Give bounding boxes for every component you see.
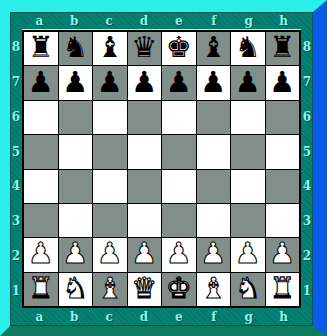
rank-label-5: 5 bbox=[10, 134, 22, 169]
square-h4[interactable] bbox=[266, 170, 300, 203]
square-e3[interactable] bbox=[162, 204, 196, 237]
file-label-f: f bbox=[196, 12, 231, 30]
square-f3[interactable] bbox=[197, 204, 231, 237]
square-f2[interactable]: ♟ bbox=[197, 238, 231, 271]
rank-label-3: 3 bbox=[301, 204, 313, 239]
square-c5[interactable] bbox=[93, 135, 127, 168]
piece-white-rook[interactable]: ♜ bbox=[269, 274, 295, 303]
square-e1[interactable]: ♚ bbox=[162, 273, 196, 306]
square-d4[interactable] bbox=[128, 170, 162, 203]
file-labels-bottom: abcdefgh bbox=[22, 308, 301, 326]
piece-white-king[interactable]: ♚ bbox=[166, 274, 192, 303]
piece-black-bishop[interactable]: ♝ bbox=[200, 33, 226, 62]
square-c3[interactable] bbox=[93, 204, 127, 237]
square-a2[interactable]: ♟ bbox=[24, 238, 58, 271]
square-c4[interactable] bbox=[93, 170, 127, 203]
square-a8[interactable]: ♜ bbox=[24, 32, 58, 65]
piece-white-pawn[interactable]: ♟ bbox=[269, 239, 295, 268]
piece-black-pawn[interactable]: ♟ bbox=[62, 68, 88, 97]
square-b3[interactable] bbox=[59, 204, 93, 237]
square-g3[interactable] bbox=[231, 204, 265, 237]
square-d3[interactable] bbox=[128, 204, 162, 237]
piece-black-pawn[interactable]: ♟ bbox=[166, 68, 192, 97]
piece-black-pawn[interactable]: ♟ bbox=[200, 68, 226, 97]
file-label-g: g bbox=[231, 12, 266, 30]
square-h6[interactable] bbox=[266, 101, 300, 134]
file-label-a: a bbox=[22, 308, 57, 326]
piece-white-knight[interactable]: ♞ bbox=[235, 274, 261, 303]
square-b7[interactable]: ♟ bbox=[59, 66, 93, 99]
square-d2[interactable]: ♟ bbox=[128, 238, 162, 271]
piece-white-queen[interactable]: ♛ bbox=[131, 274, 157, 303]
piece-white-pawn[interactable]: ♟ bbox=[166, 239, 192, 268]
square-b6[interactable] bbox=[59, 101, 93, 134]
square-d8[interactable]: ♛ bbox=[128, 32, 162, 65]
square-a4[interactable] bbox=[24, 170, 58, 203]
rank-label-2: 2 bbox=[10, 239, 22, 274]
chess-board[interactable]: ♜♞♝♛♚♝♞♜♟♟♟♟♟♟♟♟♟♟♟♟♟♟♟♟♜♞♝♛♚♝♞♜ bbox=[22, 30, 301, 308]
file-label-g: g bbox=[231, 308, 266, 326]
square-h1[interactable]: ♜ bbox=[266, 273, 300, 306]
piece-white-bishop[interactable]: ♝ bbox=[200, 274, 226, 303]
rank-label-2: 2 bbox=[301, 239, 313, 274]
piece-black-pawn[interactable]: ♟ bbox=[235, 68, 261, 97]
square-e6[interactable] bbox=[162, 101, 196, 134]
piece-black-bishop[interactable]: ♝ bbox=[97, 33, 123, 62]
file-label-h: h bbox=[266, 12, 301, 30]
square-g8[interactable]: ♞ bbox=[231, 32, 265, 65]
square-b8[interactable]: ♞ bbox=[59, 32, 93, 65]
piece-black-rook[interactable]: ♜ bbox=[269, 33, 295, 62]
square-h8[interactable]: ♜ bbox=[266, 32, 300, 65]
square-c1[interactable]: ♝ bbox=[93, 273, 127, 306]
file-label-c: c bbox=[92, 12, 127, 30]
file-label-d: d bbox=[127, 308, 162, 326]
square-e4[interactable] bbox=[162, 170, 196, 203]
square-b4[interactable] bbox=[59, 170, 93, 203]
file-label-b: b bbox=[57, 12, 92, 30]
file-label-b: b bbox=[57, 308, 92, 326]
rank-label-8: 8 bbox=[10, 30, 22, 65]
square-h5[interactable] bbox=[266, 135, 300, 168]
piece-white-pawn[interactable]: ♟ bbox=[97, 239, 123, 268]
rank-label-1: 1 bbox=[301, 273, 313, 308]
file-label-h: h bbox=[266, 308, 301, 326]
square-a5[interactable] bbox=[24, 135, 58, 168]
square-e5[interactable] bbox=[162, 135, 196, 168]
square-f5[interactable] bbox=[197, 135, 231, 168]
square-f8[interactable]: ♝ bbox=[197, 32, 231, 65]
square-g7[interactable]: ♟ bbox=[231, 66, 265, 99]
square-f1[interactable]: ♝ bbox=[197, 273, 231, 306]
square-a3[interactable] bbox=[24, 204, 58, 237]
piece-black-queen[interactable]: ♛ bbox=[131, 33, 157, 62]
piece-white-pawn[interactable]: ♟ bbox=[62, 239, 88, 268]
rank-label-4: 4 bbox=[10, 169, 22, 204]
square-g6[interactable] bbox=[231, 101, 265, 134]
rank-label-6: 6 bbox=[10, 100, 22, 135]
rank-label-3: 3 bbox=[10, 204, 22, 239]
file-label-e: e bbox=[162, 12, 197, 30]
square-f6[interactable] bbox=[197, 101, 231, 134]
piece-black-knight[interactable]: ♞ bbox=[235, 33, 261, 62]
square-h2[interactable]: ♟ bbox=[266, 238, 300, 271]
file-label-e: e bbox=[162, 308, 197, 326]
rank-label-5: 5 bbox=[301, 134, 313, 169]
piece-white-knight[interactable]: ♞ bbox=[62, 274, 88, 303]
file-label-f: f bbox=[196, 308, 231, 326]
piece-black-pawn[interactable]: ♟ bbox=[97, 68, 123, 97]
square-e2[interactable]: ♟ bbox=[162, 238, 196, 271]
square-a6[interactable] bbox=[24, 101, 58, 134]
square-c8[interactable]: ♝ bbox=[93, 32, 127, 65]
piece-black-knight[interactable]: ♞ bbox=[62, 33, 88, 62]
square-h7[interactable]: ♟ bbox=[266, 66, 300, 99]
square-h3[interactable] bbox=[266, 204, 300, 237]
square-b1[interactable]: ♞ bbox=[59, 273, 93, 306]
rank-label-7: 7 bbox=[301, 65, 313, 100]
square-b5[interactable] bbox=[59, 135, 93, 168]
file-labels-top: abcdefgh bbox=[22, 12, 301, 30]
square-d5[interactable] bbox=[128, 135, 162, 168]
rank-labels-left: 87654321 bbox=[10, 30, 22, 308]
square-d7[interactable]: ♟ bbox=[128, 66, 162, 99]
square-c6[interactable] bbox=[93, 101, 127, 134]
piece-black-pawn[interactable]: ♟ bbox=[131, 68, 157, 97]
square-e7[interactable]: ♟ bbox=[162, 66, 196, 99]
square-a1[interactable]: ♜ bbox=[24, 273, 58, 306]
square-f4[interactable] bbox=[197, 170, 231, 203]
file-label-c: c bbox=[92, 308, 127, 326]
square-e8[interactable]: ♚ bbox=[162, 32, 196, 65]
piece-white-pawn[interactable]: ♟ bbox=[28, 239, 54, 268]
square-g5[interactable] bbox=[231, 135, 265, 168]
square-g4[interactable] bbox=[231, 170, 265, 203]
rank-label-1: 1 bbox=[10, 273, 22, 308]
chess-app-window: abcdefgh abcdefgh 87654321 87654321 ♜♞♝♛… bbox=[0, 0, 327, 336]
file-label-d: d bbox=[127, 12, 162, 30]
rank-label-6: 6 bbox=[301, 100, 313, 135]
piece-white-bishop[interactable]: ♝ bbox=[97, 274, 123, 303]
rank-label-4: 4 bbox=[301, 169, 313, 204]
piece-white-pawn[interactable]: ♟ bbox=[131, 239, 157, 268]
piece-black-king[interactable]: ♚ bbox=[166, 33, 192, 62]
square-b2[interactable]: ♟ bbox=[59, 238, 93, 271]
square-a7[interactable]: ♟ bbox=[24, 66, 58, 99]
square-c2[interactable]: ♟ bbox=[93, 238, 127, 271]
file-label-a: a bbox=[22, 12, 57, 30]
piece-black-rook[interactable]: ♜ bbox=[28, 33, 54, 62]
square-g1[interactable]: ♞ bbox=[231, 273, 265, 306]
piece-white-pawn[interactable]: ♟ bbox=[235, 239, 261, 268]
square-g2[interactable]: ♟ bbox=[231, 238, 265, 271]
rank-label-7: 7 bbox=[10, 65, 22, 100]
square-c7[interactable]: ♟ bbox=[93, 66, 127, 99]
rank-label-8: 8 bbox=[301, 30, 313, 65]
square-f7[interactable]: ♟ bbox=[197, 66, 231, 99]
piece-black-pawn[interactable]: ♟ bbox=[28, 68, 54, 97]
piece-white-pawn[interactable]: ♟ bbox=[200, 239, 226, 268]
rank-labels-right: 87654321 bbox=[301, 30, 313, 308]
piece-black-pawn[interactable]: ♟ bbox=[269, 68, 295, 97]
square-d1[interactable]: ♛ bbox=[128, 273, 162, 306]
square-d6[interactable] bbox=[128, 101, 162, 134]
piece-white-rook[interactable]: ♜ bbox=[28, 274, 54, 303]
